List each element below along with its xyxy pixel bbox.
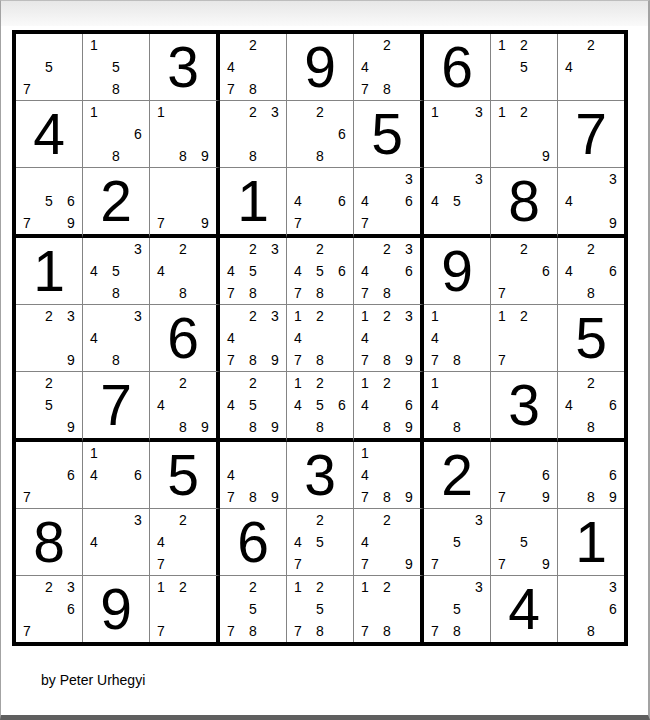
candidate-digit: 7	[287, 620, 309, 642]
cell-r7c2[interactable]: 146	[83, 442, 150, 509]
candidate-digit	[105, 509, 127, 531]
cell-r2c5[interactable]: 268	[287, 101, 354, 168]
candidate-digit	[602, 34, 624, 56]
candidate-digit: 7	[220, 349, 242, 371]
cell-r2c6[interactable]: 5	[354, 101, 424, 168]
cell-r2c2[interactable]: 168	[83, 101, 150, 168]
candidate-digit	[150, 190, 172, 212]
given-digit: 5	[354, 101, 420, 167]
candidate-digit: 7	[491, 486, 513, 508]
cell-r3c5[interactable]: 467	[287, 168, 354, 238]
cell-r3c3[interactable]: 79	[150, 168, 220, 238]
cell-r5c6[interactable]: 1234789	[354, 305, 424, 372]
candidate-digit	[287, 123, 309, 145]
candidate-digit	[331, 327, 353, 349]
candidate-digit	[16, 394, 38, 416]
candidate-digit	[580, 394, 602, 416]
candidate-digit	[468, 190, 490, 212]
candidate-digit	[491, 327, 513, 349]
candidate-digit	[558, 238, 580, 260]
candidate-digit	[331, 620, 353, 642]
candidate-digit	[38, 78, 60, 100]
candidate-digit	[105, 101, 127, 123]
candidate-digit: 7	[287, 553, 309, 575]
candidate-digit: 6	[602, 394, 624, 416]
cell-r3c6[interactable]: 3467	[354, 168, 424, 238]
candidate-digit: 7	[354, 282, 376, 304]
cell-r4c8[interactable]: 267	[491, 238, 558, 305]
candidate-digit	[446, 394, 468, 416]
cell-r6c5[interactable]: 124568	[287, 372, 354, 442]
candidate-digit	[287, 101, 309, 123]
candidate-digit: 8	[105, 145, 127, 167]
cell-r6c9[interactable]: 2468	[558, 372, 624, 442]
candidate-digit	[60, 34, 82, 56]
candidate-digit	[354, 168, 376, 190]
cell-r1c2[interactable]: 158	[83, 34, 150, 101]
candidate-digit: 8	[105, 349, 127, 371]
cell-r5c4[interactable]: 234789	[220, 305, 287, 372]
candidate-digit	[354, 509, 376, 531]
candidate-digit: 9	[398, 553, 420, 575]
candidate-digit	[331, 212, 353, 234]
candidate-digit	[105, 486, 127, 508]
candidate-digit: 8	[242, 145, 264, 167]
cell-r2c1[interactable]: 4	[16, 101, 83, 168]
candidate-digit: 4	[424, 327, 446, 349]
cell-r8c2[interactable]: 34	[83, 509, 150, 576]
cell-r7c8[interactable]: 679	[491, 442, 558, 509]
candidate-digit	[127, 56, 149, 78]
cell-r8c6[interactable]: 2479	[354, 509, 424, 576]
candidate-grid: 1278	[354, 576, 420, 642]
cell-r9c9[interactable]: 368	[558, 576, 624, 642]
given-digit: 4	[491, 576, 557, 642]
candidate-digit	[105, 553, 127, 575]
candidate-digit	[331, 349, 353, 371]
cell-r3c1[interactable]: 5679	[16, 168, 83, 238]
candidate-digit: 7	[220, 78, 242, 100]
candidate-digit	[580, 576, 602, 598]
candidate-digit: 3	[468, 168, 490, 190]
given-digit: 4	[16, 101, 82, 167]
cell-r8c4[interactable]: 6	[220, 509, 287, 576]
cell-r8c7[interactable]: 357	[424, 509, 491, 576]
candidate-digit	[602, 282, 624, 304]
candidate-digit	[38, 349, 60, 371]
cell-r9c8[interactable]: 4	[491, 576, 558, 642]
candidate-digit: 4	[424, 190, 446, 212]
cell-r6c8[interactable]: 3	[491, 372, 558, 442]
candidate-digit	[558, 282, 580, 304]
cell-r4c4[interactable]: 234578	[220, 238, 287, 305]
candidate-grid: 189	[150, 101, 216, 167]
cell-r6c4[interactable]: 24589	[220, 372, 287, 442]
candidate-digit	[242, 327, 264, 349]
candidate-digit: 2	[172, 576, 194, 598]
candidate-digit	[354, 238, 376, 260]
given-digit: 9	[83, 576, 149, 642]
candidate-digit	[424, 168, 446, 190]
candidate-digit: 7	[220, 620, 242, 642]
candidate-digit	[127, 442, 149, 464]
candidate-grid: 3578	[424, 576, 490, 642]
candidate-digit	[83, 238, 105, 260]
cell-r2c7[interactable]: 13	[424, 101, 491, 168]
cell-r3c4[interactable]: 1	[220, 168, 287, 238]
cell-r4c9[interactable]: 2468	[558, 238, 624, 305]
cell-r1c5[interactable]: 9	[287, 34, 354, 101]
candidate-digit	[38, 327, 60, 349]
candidate-digit: 3	[468, 576, 490, 598]
candidate-grid: 13	[424, 101, 490, 167]
candidate-digit	[150, 145, 172, 167]
candidate-digit: 9	[60, 349, 82, 371]
candidate-digit	[535, 509, 557, 531]
cell-r3c7[interactable]: 345	[424, 168, 491, 238]
cell-r9c3[interactable]: 127	[150, 576, 220, 642]
cell-r7c7[interactable]: 2	[424, 442, 491, 509]
cell-r4c2[interactable]: 3458	[83, 238, 150, 305]
candidate-digit	[535, 123, 557, 145]
candidate-digit	[264, 327, 286, 349]
candidate-digit: 1	[491, 305, 513, 327]
candidate-grid: 24589	[220, 372, 286, 438]
candidate-digit	[398, 78, 420, 100]
candidate-digit	[83, 486, 105, 508]
candidate-digit	[150, 238, 172, 260]
candidate-digit	[38, 442, 60, 464]
candidate-digit	[580, 464, 602, 486]
candidate-digit	[513, 78, 535, 100]
candidate-grid: 467	[287, 168, 353, 234]
candidate-digit: 5	[242, 598, 264, 620]
candidate-digit: 8	[580, 416, 602, 438]
candidate-digit: 2	[309, 372, 331, 394]
candidate-digit	[60, 486, 82, 508]
candidate-digit	[194, 531, 216, 553]
candidate-digit	[376, 327, 398, 349]
cell-r3c9[interactable]: 349	[558, 168, 624, 238]
candidate-digit	[127, 101, 149, 123]
cell-r9c6[interactable]: 1278	[354, 576, 424, 642]
cell-r2c9[interactable]: 7	[558, 101, 624, 168]
cell-r7c6[interactable]: 14789	[354, 442, 424, 509]
candidate-digit	[513, 260, 535, 282]
cell-r9c4[interactable]: 2578	[220, 576, 287, 642]
candidate-digit: 4	[287, 394, 309, 416]
candidate-digit: 7	[220, 486, 242, 508]
candidate-digit	[220, 372, 242, 394]
candidate-digit: 2	[242, 101, 264, 123]
cell-r1c7[interactable]: 6	[424, 34, 491, 101]
candidate-digit	[38, 620, 60, 642]
candidate-grid: 579	[491, 509, 557, 575]
candidate-digit	[513, 327, 535, 349]
given-digit: 3	[287, 442, 353, 508]
candidate-digit	[150, 372, 172, 394]
cell-r6c6[interactable]: 124689	[354, 372, 424, 442]
candidate-digit	[287, 238, 309, 260]
candidate-digit	[398, 327, 420, 349]
candidate-digit	[376, 553, 398, 575]
cell-r5c3[interactable]: 6	[150, 305, 220, 372]
cell-r5c9[interactable]: 5	[558, 305, 624, 372]
cell-r5c1[interactable]: 239	[16, 305, 83, 372]
candidate-digit: 2	[513, 34, 535, 56]
candidate-digit: 6	[331, 123, 353, 145]
candidate-digit	[535, 305, 557, 327]
candidate-digit: 5	[105, 260, 127, 282]
candidate-digit	[127, 553, 149, 575]
candidate-digit: 6	[535, 260, 557, 282]
cell-r5c2[interactable]: 348	[83, 305, 150, 372]
candidate-digit: 2	[38, 305, 60, 327]
candidate-digit: 7	[150, 212, 172, 234]
candidate-digit: 2	[376, 372, 398, 394]
candidate-digit	[16, 190, 38, 212]
candidate-digit	[376, 260, 398, 282]
candidate-digit	[398, 598, 420, 620]
candidate-digit	[172, 212, 194, 234]
candidate-digit: 1	[354, 576, 376, 598]
cell-r9c1[interactable]: 2367	[16, 576, 83, 642]
cell-r8c9[interactable]: 1	[558, 509, 624, 576]
candidate-digit	[287, 168, 309, 190]
cell-r1c6[interactable]: 2478	[354, 34, 424, 101]
candidate-digit	[558, 168, 580, 190]
candidate-digit: 6	[60, 598, 82, 620]
cell-r9c7[interactable]: 3578	[424, 576, 491, 642]
candidate-digit: 7	[354, 349, 376, 371]
candidate-digit	[105, 531, 127, 553]
cell-r9c5[interactable]: 12578	[287, 576, 354, 642]
candidate-digit	[127, 327, 149, 349]
candidate-digit	[38, 464, 60, 486]
candidate-digit	[331, 416, 353, 438]
given-digit: 3	[150, 34, 216, 100]
candidate-digit: 2	[309, 305, 331, 327]
candidate-digit	[535, 101, 557, 123]
candidate-digit	[376, 598, 398, 620]
cell-r6c2[interactable]: 7	[83, 372, 150, 442]
candidate-digit	[424, 509, 446, 531]
candidate-digit	[446, 327, 468, 349]
candidate-digit: 3	[127, 238, 149, 260]
candidate-digit	[220, 442, 242, 464]
candidate-digit	[446, 553, 468, 575]
cell-r5c5[interactable]: 12478	[287, 305, 354, 372]
candidate-digit	[60, 394, 82, 416]
cell-r1c8[interactable]: 125	[491, 34, 558, 101]
cell-r1c3[interactable]: 3	[150, 34, 220, 101]
cell-r8c3[interactable]: 247	[150, 509, 220, 576]
cell-r8c8[interactable]: 579	[491, 509, 558, 576]
candidate-digit: 1	[83, 442, 105, 464]
candidate-digit: 4	[354, 190, 376, 212]
candidate-digit	[105, 327, 127, 349]
candidate-digit	[83, 78, 105, 100]
candidate-digit	[127, 145, 149, 167]
candidate-digit: 1	[424, 305, 446, 327]
given-digit: 9	[424, 238, 490, 304]
candidate-grid: 124568	[287, 372, 353, 438]
candidate-digit: 8	[105, 78, 127, 100]
candidate-digit: 8	[376, 620, 398, 642]
candidate-digit	[558, 442, 580, 464]
candidate-digit	[16, 56, 38, 78]
candidate-digit: 2	[242, 576, 264, 598]
candidate-grid: 238	[220, 101, 286, 167]
candidate-grid: 2468	[558, 372, 624, 438]
cell-r3c2[interactable]: 2	[83, 168, 150, 238]
candidate-digit: 2	[242, 34, 264, 56]
candidate-digit	[468, 327, 490, 349]
cell-r6c1[interactable]: 259	[16, 372, 83, 442]
candidate-digit: 8	[376, 486, 398, 508]
candidate-digit	[513, 282, 535, 304]
cell-r1c4[interactable]: 2478	[220, 34, 287, 101]
candidate-digit	[150, 416, 172, 438]
candidate-digit	[331, 168, 353, 190]
candidate-digit: 8	[376, 349, 398, 371]
cell-r4c7[interactable]: 9	[424, 238, 491, 305]
candidate-digit: 4	[220, 56, 242, 78]
candidate-digit: 3	[468, 101, 490, 123]
author-credit: by Peter Urhegyi	[41, 672, 145, 688]
candidate-digit	[60, 620, 82, 642]
candidate-digit: 7	[354, 553, 376, 575]
candidate-digit	[331, 238, 353, 260]
candidate-digit	[194, 101, 216, 123]
candidate-digit: 4	[287, 531, 309, 553]
candidate-digit: 4	[558, 260, 580, 282]
cell-r7c1[interactable]: 67	[16, 442, 83, 509]
candidate-digit: 3	[127, 305, 149, 327]
candidate-digit: 4	[287, 327, 309, 349]
candidate-digit: 8	[242, 282, 264, 304]
candidate-digit: 1	[287, 576, 309, 598]
cell-r4c3[interactable]: 248	[150, 238, 220, 305]
given-digit: 9	[287, 34, 353, 100]
candidate-digit: 3	[60, 305, 82, 327]
candidate-digit: 5	[242, 260, 264, 282]
candidate-digit: 8	[242, 349, 264, 371]
cell-r5c8[interactable]: 127	[491, 305, 558, 372]
cell-r7c4[interactable]: 4789	[220, 442, 287, 509]
candidate-digit	[491, 531, 513, 553]
candidate-digit	[105, 123, 127, 145]
given-digit: 1	[16, 238, 82, 304]
candidate-digit	[83, 56, 105, 78]
cell-r7c3[interactable]: 5	[150, 442, 220, 509]
candidate-grid: 127	[150, 576, 216, 642]
candidate-digit	[264, 260, 286, 282]
candidate-digit	[264, 598, 286, 620]
candidate-digit: 6	[127, 464, 149, 486]
cell-r8c5[interactable]: 2457	[287, 509, 354, 576]
candidate-digit: 9	[60, 416, 82, 438]
cell-r6c3[interactable]: 2489	[150, 372, 220, 442]
candidate-digit	[398, 442, 420, 464]
candidate-digit	[558, 486, 580, 508]
candidate-digit: 4	[83, 464, 105, 486]
candidate-digit	[127, 349, 149, 371]
cell-r8c1[interactable]: 8	[16, 509, 83, 576]
candidate-digit: 9	[194, 416, 216, 438]
candidate-digit: 2	[242, 372, 264, 394]
candidate-digit	[331, 282, 353, 304]
candidate-digit	[105, 464, 127, 486]
candidate-grid: 2489	[150, 372, 216, 438]
candidate-grid: 57	[16, 34, 82, 100]
candidate-digit	[309, 190, 331, 212]
candidate-digit: 8	[309, 620, 331, 642]
cell-r6c7[interactable]: 148	[424, 372, 491, 442]
candidate-digit	[172, 123, 194, 145]
cell-r5c7[interactable]: 1478	[424, 305, 491, 372]
candidate-digit	[127, 486, 149, 508]
candidate-digit: 9	[398, 486, 420, 508]
candidate-digit	[309, 553, 331, 575]
candidate-digit: 7	[16, 486, 38, 508]
candidate-grid: 234578	[220, 238, 286, 304]
cell-r2c8[interactable]: 129	[491, 101, 558, 168]
candidate-digit: 8	[242, 416, 264, 438]
candidate-digit	[60, 78, 82, 100]
candidate-digit	[60, 372, 82, 394]
cell-r1c1[interactable]: 57	[16, 34, 83, 101]
candidate-digit: 7	[150, 553, 172, 575]
candidate-grid: 12578	[287, 576, 353, 642]
candidate-digit: 3	[602, 168, 624, 190]
cell-r9c2[interactable]: 9	[83, 576, 150, 642]
candidate-digit: 2	[513, 101, 535, 123]
cell-r7c9[interactable]: 689	[558, 442, 624, 509]
candidate-digit	[558, 598, 580, 620]
given-digit: 2	[83, 168, 149, 234]
candidate-digit: 7	[16, 78, 38, 100]
candidate-digit	[331, 101, 353, 123]
cell-r7c5[interactable]: 3	[287, 442, 354, 509]
candidate-digit: 7	[287, 349, 309, 371]
candidate-digit	[331, 145, 353, 167]
candidate-digit	[38, 416, 60, 438]
candidate-digit	[580, 260, 602, 282]
candidate-digit	[16, 168, 38, 190]
cell-r3c8[interactable]: 8	[491, 168, 558, 238]
cell-r4c6[interactable]: 234678	[354, 238, 424, 305]
candidate-digit	[398, 464, 420, 486]
candidate-digit	[83, 349, 105, 371]
candidate-digit: 8	[446, 349, 468, 371]
candidate-digit	[220, 598, 242, 620]
cell-r2c4[interactable]: 238	[220, 101, 287, 168]
cell-r4c1[interactable]: 1	[16, 238, 83, 305]
candidate-digit	[83, 509, 105, 531]
candidate-digit: 8	[242, 486, 264, 508]
candidate-grid: 245678	[287, 238, 353, 304]
cell-r1c9[interactable]: 24	[558, 34, 624, 101]
candidate-digit	[580, 212, 602, 234]
candidate-digit	[264, 34, 286, 56]
candidate-digit: 6	[60, 464, 82, 486]
candidate-digit	[513, 349, 535, 371]
candidate-digit	[491, 145, 513, 167]
candidate-digit	[535, 282, 557, 304]
cell-r2c3[interactable]: 189	[150, 101, 220, 168]
cell-r4c5[interactable]: 245678	[287, 238, 354, 305]
